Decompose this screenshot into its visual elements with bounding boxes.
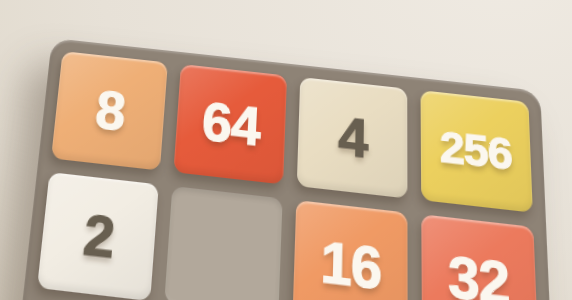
- tile-64: 64: [173, 64, 287, 184]
- tile-number: 16: [320, 232, 381, 298]
- tile-4: 4: [297, 77, 408, 199]
- board-2048[interactable]: 864425621632: [0, 38, 566, 300]
- tile-16: 16: [293, 200, 408, 300]
- tile-number: 4: [338, 108, 368, 165]
- empty-cell: [164, 186, 282, 300]
- tile-8: 8: [51, 51, 168, 170]
- tile-number: 64: [201, 93, 261, 153]
- tile-number: 2: [81, 205, 116, 266]
- tile-32: 32: [421, 214, 538, 300]
- tile-number: 32: [448, 246, 510, 300]
- tile-2: 2: [37, 172, 159, 300]
- tile-256: 256: [421, 90, 533, 213]
- tile-number: 8: [94, 82, 127, 138]
- tile-number: 256: [439, 124, 512, 177]
- background: 864425621632: [0, 0, 572, 300]
